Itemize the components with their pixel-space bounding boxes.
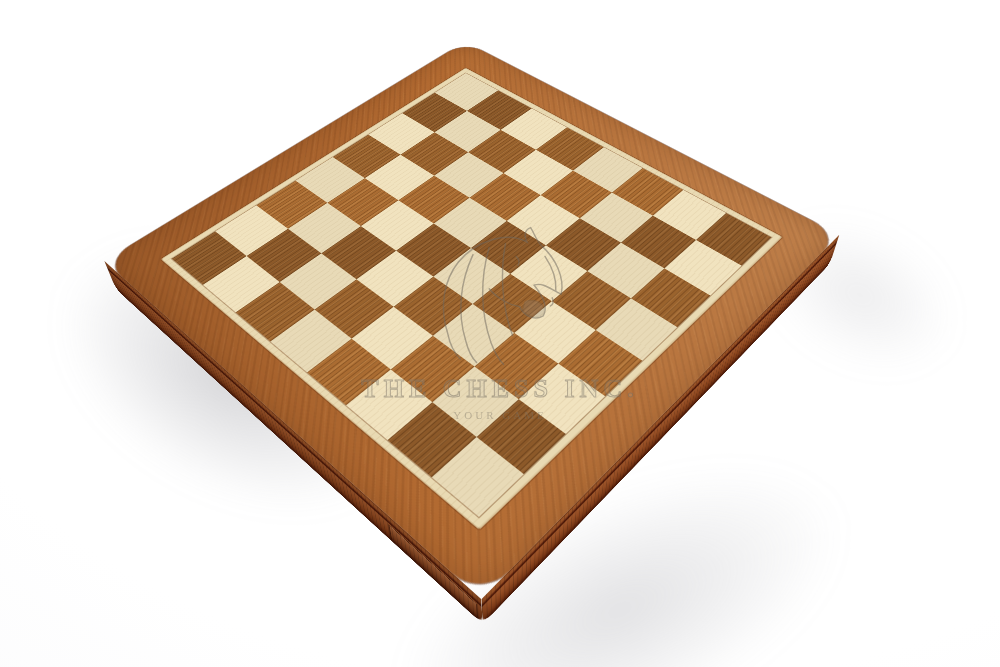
square-d3 (356, 251, 433, 307)
square-f4 (473, 274, 552, 333)
square-g3 (475, 333, 559, 399)
square-c2 (280, 253, 357, 309)
square-g2 (432, 367, 518, 437)
square-h3 (519, 364, 605, 434)
square-f2 (391, 336, 475, 402)
chessboard-grid (172, 73, 771, 517)
square-h1 (432, 437, 524, 517)
scene: THE CHESS INC. YOUR GAME (0, 0, 1000, 667)
square-c1 (236, 282, 315, 341)
square-h7 (664, 240, 741, 296)
square-b1 (203, 256, 280, 312)
product-photo: { "game": "chess", "product": { "descrip… (0, 0, 1000, 667)
square-e2 (352, 307, 433, 370)
square-f3 (433, 304, 514, 367)
square-g6 (587, 243, 664, 299)
square-d1 (270, 310, 351, 373)
square-h4 (558, 330, 642, 396)
maple-border (161, 68, 783, 530)
board-top-face (104, 42, 839, 599)
square-f1 (346, 369, 432, 440)
square-h2 (477, 399, 566, 474)
square-g5 (552, 271, 631, 330)
square-d2 (315, 279, 394, 338)
square-e3 (394, 277, 473, 336)
square-h5 (596, 298, 678, 360)
square-h6 (631, 268, 710, 327)
square-g1 (388, 402, 477, 477)
square-g4 (514, 301, 595, 363)
square-f5 (510, 245, 587, 301)
square-e1 (307, 339, 391, 406)
square-e4 (433, 248, 510, 304)
chessboard-box (104, 42, 839, 599)
